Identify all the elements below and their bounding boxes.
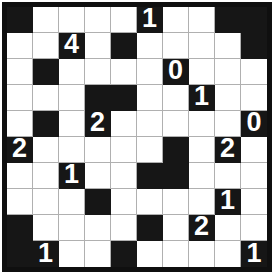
clue-number: 2 [220,135,235,162]
white-cell-r7c1[interactable] [33,189,59,215]
clue-cell-r5c0: 2 [7,137,33,163]
white-cell-r6c3[interactable] [85,163,111,189]
white-cell-r3c6[interactable] [163,85,189,111]
black-cell-r2c1 [33,59,59,85]
white-cell-r3c2[interactable] [59,85,85,111]
black-cell-r8c5 [137,215,163,241]
clue-cell-r4c3: 2 [85,111,111,137]
clue-cell-r6c2: 1 [59,163,85,189]
white-cell-r4c4[interactable] [111,111,137,137]
white-cell-r4c5[interactable] [137,111,163,137]
white-cell-r8c4[interactable] [111,215,137,241]
white-cell-r1c5[interactable] [137,33,163,59]
white-cell-r3c1[interactable] [33,85,59,111]
clue-number: 2 [194,213,209,240]
white-cell-r5c4[interactable] [111,137,137,163]
clue-number: 1 [142,5,157,32]
clue-cell-r5c8: 2 [215,137,241,163]
clue-number: 1 [38,240,53,267]
white-cell-r0c1[interactable] [33,7,59,33]
clue-number: 2 [12,135,27,162]
white-cell-r0c3[interactable] [85,7,111,33]
white-cell-r3c0[interactable] [7,85,33,111]
white-cell-r0c6[interactable] [163,7,189,33]
clue-cell-r2c6: 0 [163,59,189,85]
white-cell-r1c8[interactable] [215,33,241,59]
white-cell-r3c8[interactable] [215,85,241,111]
white-cell-r8c3[interactable] [85,215,111,241]
white-cell-r5c9[interactable] [241,137,267,163]
black-cell-r6c5 [137,163,163,189]
clue-cell-r7c8: 1 [215,189,241,215]
clue-cell-r9c1: 1 [33,241,59,267]
white-cell-r2c2[interactable] [59,59,85,85]
white-cell-r5c3[interactable] [85,137,111,163]
white-cell-r3c5[interactable] [137,85,163,111]
clue-number: 1 [246,240,261,267]
white-cell-r7c5[interactable] [137,189,163,215]
white-cell-r1c1[interactable] [33,33,59,59]
white-cell-r5c5[interactable] [137,137,163,163]
white-cell-r0c7[interactable] [189,7,215,33]
clue-number: 0 [246,109,261,136]
black-cell-r5c6 [163,137,189,163]
white-cell-r2c9[interactable] [241,59,267,85]
shakashaka-board: 1401202211211 [7,7,267,267]
white-cell-r9c3[interactable] [85,241,111,267]
black-cell-r0c0 [7,7,33,33]
white-cell-r6c7[interactable] [189,163,215,189]
white-cell-r7c6[interactable] [163,189,189,215]
white-cell-r5c7[interactable] [189,137,215,163]
white-cell-r2c5[interactable] [137,59,163,85]
black-cell-r4c1 [33,111,59,137]
white-cell-r4c7[interactable] [189,111,215,137]
clue-cell-r4c9: 0 [241,111,267,137]
white-cell-r2c0[interactable] [7,59,33,85]
clue-number: 4 [64,31,79,58]
clue-cell-r0c5: 1 [137,7,163,33]
black-cell-r8c0 [7,215,33,241]
black-cell-r0c9 [241,7,267,33]
clue-number: 1 [194,83,209,110]
puzzle-board-frame: 1401202211211 [2,2,272,272]
white-cell-r1c3[interactable] [85,33,111,59]
white-cell-r9c7[interactable] [189,241,215,267]
black-cell-r3c4 [111,85,137,111]
white-cell-r1c7[interactable] [189,33,215,59]
white-cell-r6c1[interactable] [33,163,59,189]
black-cell-r6c6 [163,163,189,189]
clue-cell-r8c7: 2 [189,215,215,241]
white-cell-r8c8[interactable] [215,215,241,241]
white-cell-r1c0[interactable] [7,33,33,59]
white-cell-r5c1[interactable] [33,137,59,163]
black-cell-r9c0 [7,241,33,267]
white-cell-r4c2[interactable] [59,111,85,137]
white-cell-r9c5[interactable] [137,241,163,267]
clue-number: 1 [220,187,235,214]
white-cell-r2c8[interactable] [215,59,241,85]
white-cell-r6c4[interactable] [111,163,137,189]
white-cell-r7c2[interactable] [59,189,85,215]
black-cell-r1c9 [241,33,267,59]
black-cell-r9c4 [111,241,137,267]
white-cell-r8c2[interactable] [59,215,85,241]
white-cell-r4c6[interactable] [163,111,189,137]
white-cell-r9c8[interactable] [215,241,241,267]
clue-cell-r9c9: 1 [241,241,267,267]
clue-cell-r1c2: 4 [59,33,85,59]
white-cell-r2c4[interactable] [111,59,137,85]
black-cell-r1c4 [111,33,137,59]
white-cell-r9c6[interactable] [163,241,189,267]
clue-cell-r3c7: 1 [189,85,215,111]
white-cell-r8c6[interactable] [163,215,189,241]
white-cell-r6c0[interactable] [7,163,33,189]
white-cell-r6c9[interactable] [241,163,267,189]
white-cell-r9c2[interactable] [59,241,85,267]
white-cell-r0c4[interactable] [111,7,137,33]
clue-number: 1 [64,161,79,188]
black-cell-r0c8 [215,7,241,33]
white-cell-r7c4[interactable] [111,189,137,215]
clue-number: 0 [168,57,183,84]
white-cell-r7c9[interactable] [241,189,267,215]
clue-number: 2 [90,109,105,136]
white-cell-r7c0[interactable] [7,189,33,215]
white-cell-r2c3[interactable] [85,59,111,85]
black-cell-r7c3 [85,189,111,215]
